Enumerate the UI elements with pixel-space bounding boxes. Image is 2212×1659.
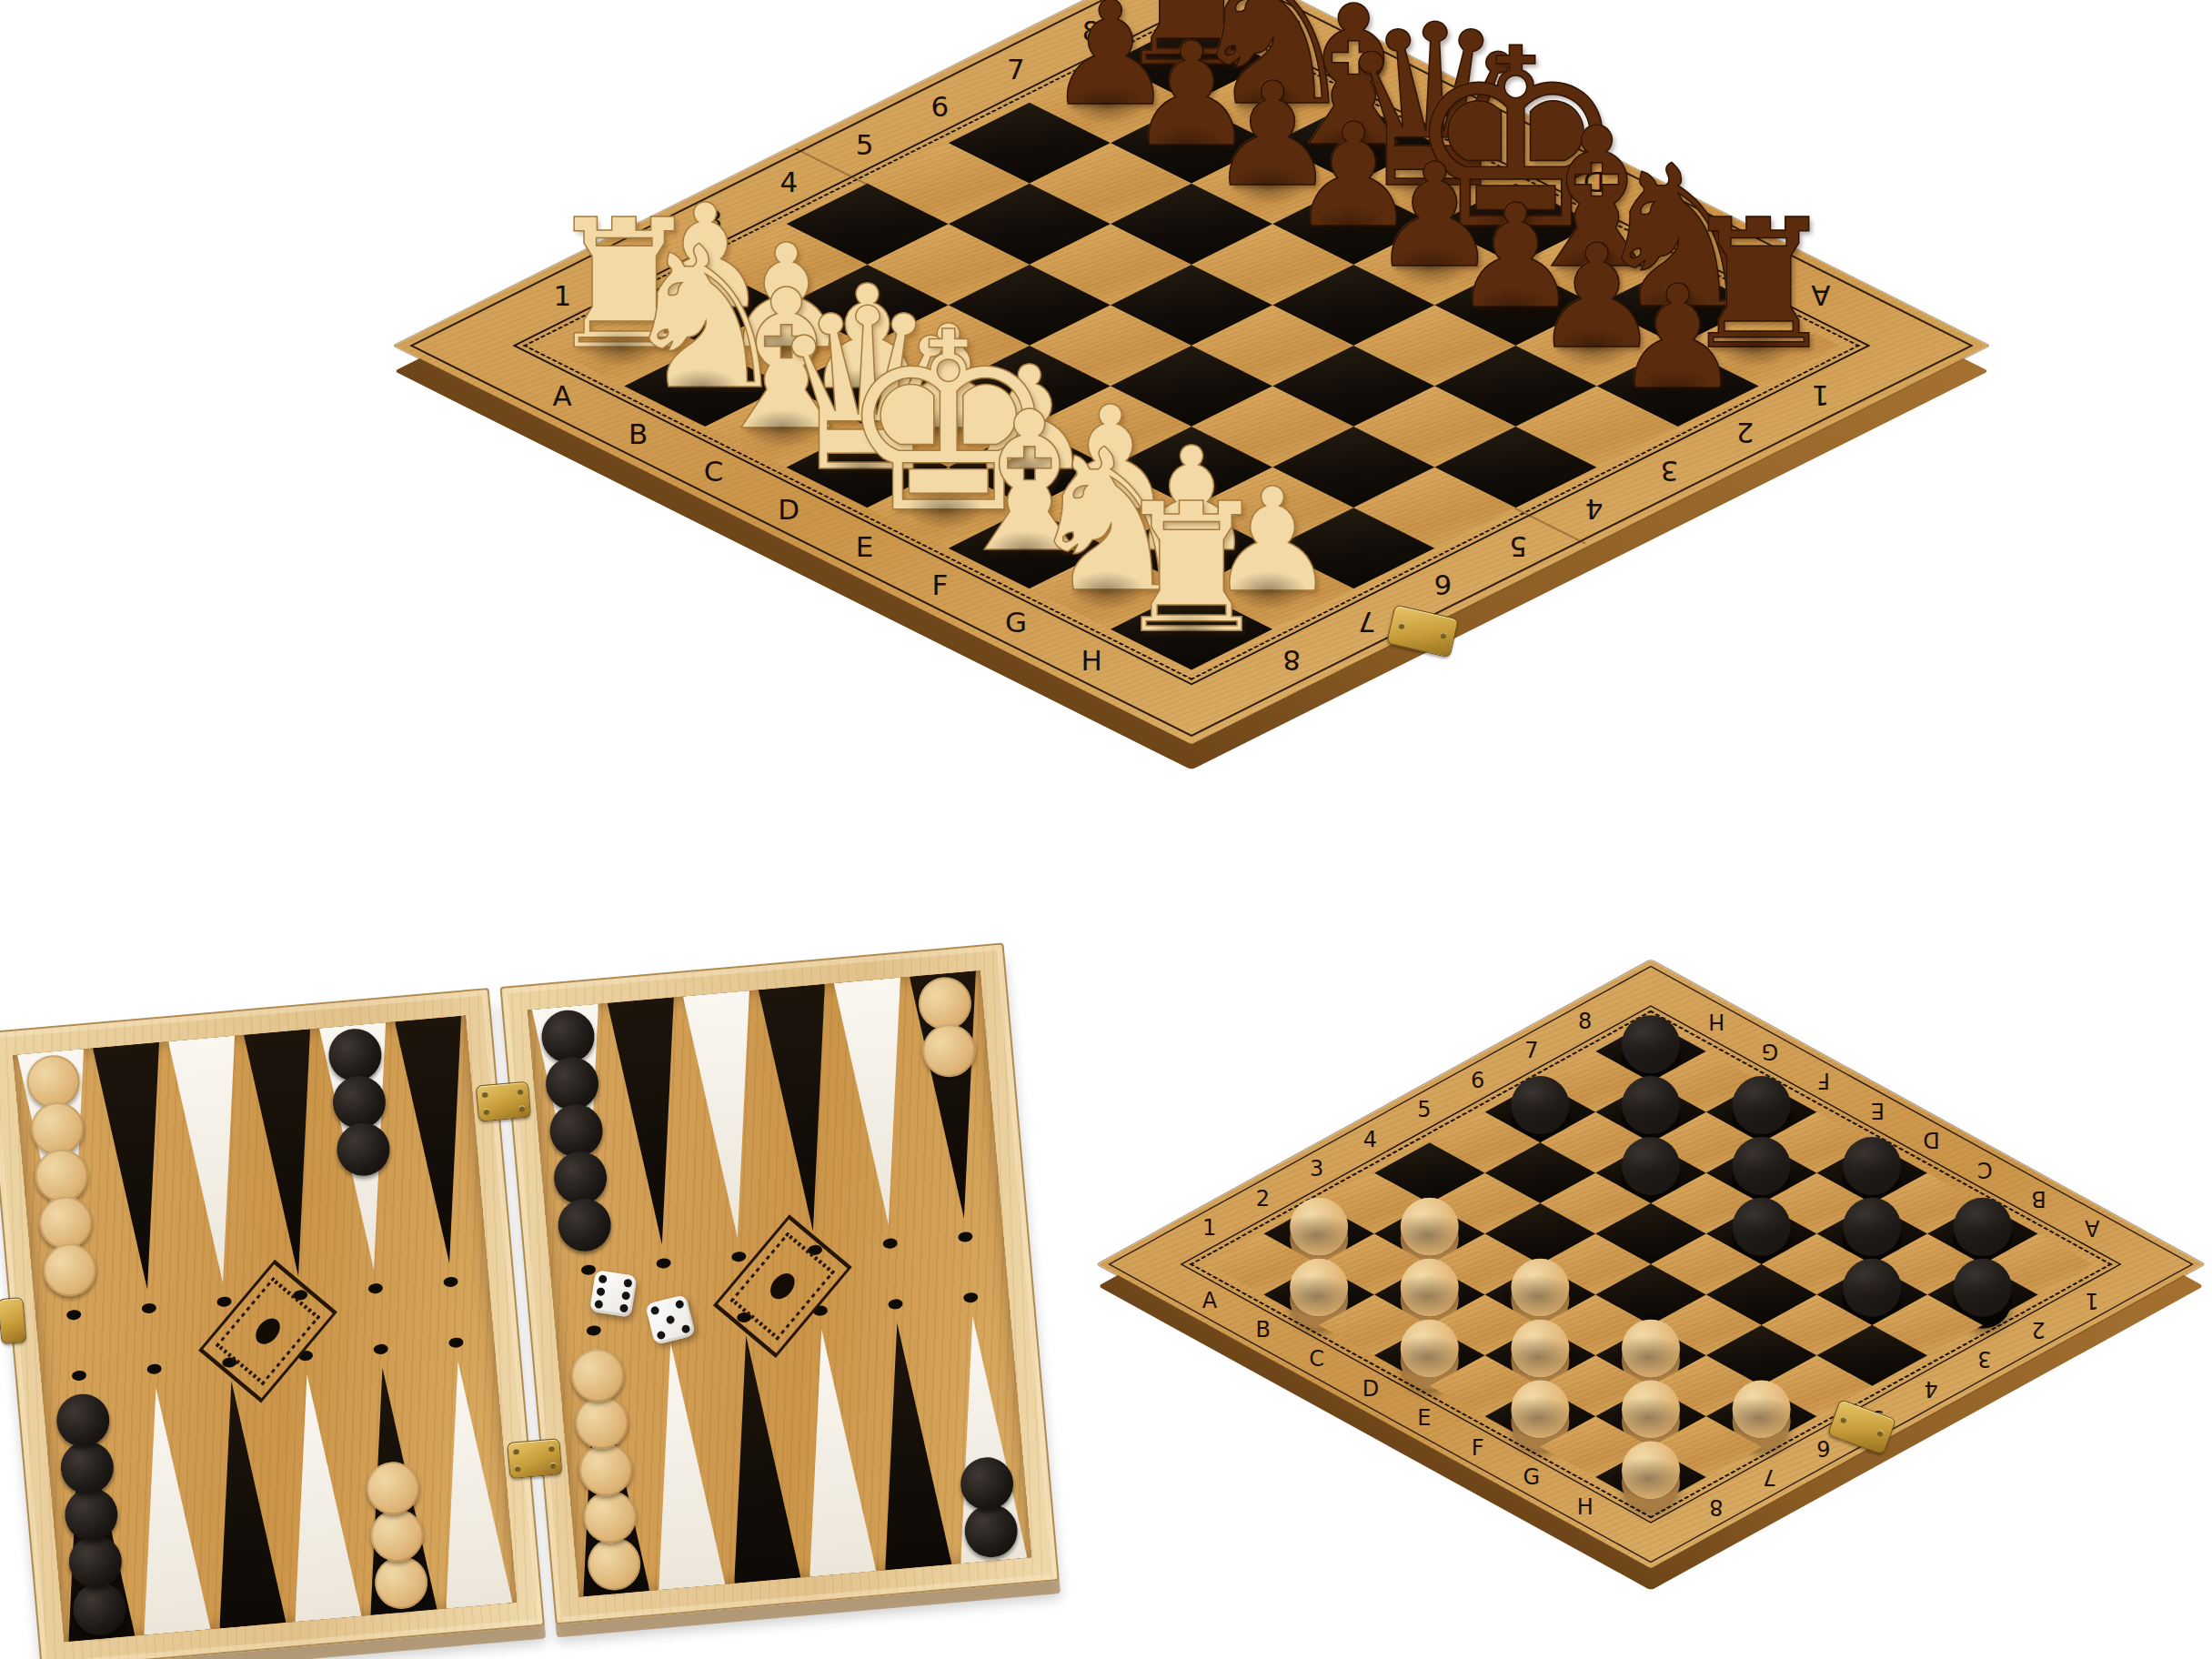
checkers-file-label-glyph: B bbox=[1256, 1317, 1271, 1342]
backgammon-clasp bbox=[0, 1297, 27, 1344]
checkers-file-label-glyph: C bbox=[1977, 1156, 1993, 1181]
checker-disc bbox=[1843, 1259, 1901, 1317]
hinge-screw bbox=[483, 1108, 490, 1115]
checkers-file-label-glyph: A bbox=[2085, 1215, 2099, 1241]
chess-grid: ♜♞♝♛♚♝♞♜♟♟♟♟♟♟♟♟♟♟♟♟♟♟♟♟♜♞♝♛♚♝♞♜ bbox=[543, 22, 1840, 670]
checkers-file-label-glyph: H bbox=[1708, 1009, 1724, 1034]
backgammon-right-field bbox=[528, 970, 1032, 1597]
die-1-pip bbox=[621, 1291, 630, 1300]
checker-disc bbox=[1733, 1076, 1791, 1134]
chess-rank-label-glyph: 6 bbox=[931, 90, 950, 123]
point-1-dot bbox=[963, 1292, 979, 1302]
point-2-dot bbox=[888, 1299, 903, 1310]
checker-disc bbox=[1733, 1137, 1791, 1195]
die-2-pip bbox=[657, 1330, 667, 1340]
checker-disc bbox=[1401, 1198, 1459, 1256]
hinge-screw bbox=[514, 1465, 521, 1473]
point-24-dot bbox=[958, 1232, 973, 1242]
checkers-rank-label-glyph: 4 bbox=[1924, 1376, 1937, 1402]
checker-disc bbox=[1622, 1381, 1680, 1439]
clasp-screw bbox=[1876, 1429, 1885, 1437]
checkers-file-label-glyph: C bbox=[1309, 1347, 1324, 1372]
point-18-dot bbox=[443, 1276, 458, 1287]
hinge-screw bbox=[548, 1445, 556, 1453]
checker-disc bbox=[1954, 1198, 2012, 1256]
backgammon-checker-black-point-12 bbox=[55, 1392, 112, 1449]
hinge-screw bbox=[513, 1448, 520, 1455]
checker-disc bbox=[1622, 1441, 1680, 1499]
point-19-dot bbox=[580, 1264, 596, 1275]
chess-rank-label-glyph: 7 bbox=[1358, 606, 1376, 638]
checker-disc bbox=[1622, 1076, 1680, 1134]
point-18-triangle bbox=[395, 1016, 483, 1266]
die-1-pip bbox=[597, 1287, 606, 1296]
backgammon-checker-light-point-6 bbox=[573, 1394, 630, 1452]
backgammon-points-top-right bbox=[528, 970, 1002, 1255]
chess-file-label-glyph: H bbox=[1081, 644, 1101, 677]
checker-disc bbox=[1954, 1259, 2012, 1317]
piece-glyph: ♟ bbox=[1614, 266, 1743, 409]
backgammon-right-tray bbox=[499, 943, 1059, 1625]
chess-rank-label-glyph: 4 bbox=[1585, 493, 1604, 526]
checker-disc bbox=[1511, 1320, 1569, 1378]
checker-disc bbox=[1733, 1198, 1791, 1256]
backgammon-checker-black-point-19 bbox=[556, 1196, 613, 1253]
chess-rank-label-glyph: 5 bbox=[856, 128, 874, 161]
backgammon-points-top-left bbox=[13, 1015, 488, 1300]
checker-disc bbox=[1401, 1259, 1459, 1317]
die-1-pip bbox=[594, 1300, 603, 1309]
chess-rank-label-glyph: 7 bbox=[1007, 53, 1025, 85]
backgammon-checker-light-point-13 bbox=[41, 1242, 98, 1299]
checker-disc bbox=[1733, 1381, 1791, 1439]
checkers-rank-label-glyph: 7 bbox=[1763, 1464, 1776, 1490]
checkers-rank-label-glyph: 6 bbox=[1471, 1068, 1484, 1093]
checker-disc bbox=[1622, 1015, 1680, 1073]
point-14-dot bbox=[141, 1302, 156, 1313]
checkers-rank-label-glyph: 8 bbox=[1578, 1009, 1592, 1034]
point-15-dot bbox=[216, 1296, 232, 1307]
point-7-dot bbox=[448, 1337, 464, 1348]
backgammon-hinge-top bbox=[476, 1081, 531, 1122]
checker-disc bbox=[1401, 1320, 1459, 1378]
point-21-dot bbox=[731, 1251, 747, 1262]
checkers-rank-label-glyph: 6 bbox=[1816, 1435, 1830, 1461]
backgammon-left-field bbox=[13, 1015, 518, 1642]
checkers-file-label-glyph: E bbox=[1417, 1405, 1431, 1431]
die-2-pip bbox=[675, 1300, 685, 1310]
checker-disc bbox=[1622, 1320, 1680, 1378]
checkers-rank-label-glyph: 1 bbox=[2086, 1288, 2099, 1313]
checkers-rank-label-glyph: 3 bbox=[1978, 1347, 1992, 1372]
chess-square-h1: ♜ bbox=[1111, 588, 1272, 669]
point-23-dot bbox=[882, 1238, 898, 1249]
die-1-pip bbox=[623, 1279, 632, 1288]
point-13-dot bbox=[65, 1310, 81, 1321]
checkers-file-label-glyph: D bbox=[1362, 1376, 1379, 1402]
backgammon-checker-black-point-19 bbox=[551, 1150, 608, 1207]
checkers-rank-label-glyph: 2 bbox=[1256, 1186, 1270, 1212]
backgammon-case bbox=[0, 937, 1063, 1659]
checkers-grid bbox=[1209, 1021, 2094, 1507]
checkers-rank-label-glyph: 8 bbox=[1709, 1494, 1723, 1520]
checkers-rank-label-glyph: 1 bbox=[1202, 1215, 1216, 1241]
die-2-pip bbox=[666, 1315, 676, 1325]
checkers-file-label-glyph: B bbox=[2031, 1186, 2046, 1212]
hinge-screw bbox=[518, 1105, 526, 1112]
point-6-dot bbox=[586, 1325, 601, 1336]
checker-disc bbox=[1511, 1259, 1569, 1317]
backgammon-points-bottom-right bbox=[558, 1312, 1032, 1597]
piece-glyph: ♜ bbox=[1111, 479, 1272, 658]
checkers-file-label-glyph: G bbox=[1762, 1039, 1779, 1064]
checkers-rank-label-glyph: 4 bbox=[1363, 1127, 1377, 1152]
checkers-rank-label-glyph: 5 bbox=[1417, 1098, 1431, 1123]
checker-disc bbox=[1290, 1259, 1348, 1317]
backgammon-checker-light-point-6 bbox=[568, 1347, 626, 1404]
checkers-file-label-glyph: F bbox=[1817, 1068, 1830, 1093]
chess-rank-label-glyph: 8 bbox=[1282, 644, 1301, 677]
die-one bbox=[589, 1270, 638, 1318]
hinge-screw bbox=[481, 1091, 488, 1099]
checker-disc bbox=[1622, 1137, 1680, 1195]
die-2-pip bbox=[650, 1306, 660, 1316]
chess-rank-label-glyph: 6 bbox=[1433, 568, 1452, 601]
checkers-file-label-glyph: D bbox=[1923, 1127, 1939, 1152]
hinge-screw bbox=[549, 1463, 557, 1470]
backgammon-checker-light-point-13 bbox=[37, 1194, 95, 1252]
checker-disc bbox=[1511, 1076, 1569, 1134]
checkers-file-label-glyph: E bbox=[1870, 1098, 1884, 1123]
chess-rank-label-glyph: 3 bbox=[1661, 455, 1679, 488]
die-two bbox=[645, 1294, 696, 1345]
checker-disc bbox=[1843, 1137, 1901, 1195]
point-12-dot bbox=[71, 1370, 86, 1381]
checkers-file-label-glyph: F bbox=[1472, 1435, 1484, 1461]
clasp-screw bbox=[1440, 632, 1447, 639]
point-7-triangle bbox=[425, 1358, 513, 1608]
backgammon-points-bottom-left bbox=[43, 1358, 518, 1643]
checker-disc bbox=[1511, 1381, 1569, 1439]
clasp-screw bbox=[1398, 622, 1405, 629]
checkers-board: HGFEDCBA ABCDEFGH 87654321 12345678 bbox=[1098, 960, 2204, 1569]
backgammon-hinge-bottom bbox=[507, 1438, 562, 1479]
checkers-rank-label-glyph: 7 bbox=[1524, 1039, 1538, 1064]
point-11-dot bbox=[146, 1363, 162, 1374]
point-8-dot bbox=[373, 1343, 388, 1354]
die-1-pip bbox=[619, 1303, 628, 1312]
checkers-file-label-glyph: H bbox=[1577, 1494, 1594, 1520]
chess-rank-label-glyph: 5 bbox=[1510, 530, 1528, 563]
point-20-dot bbox=[656, 1258, 671, 1269]
checkers-rank-label-glyph: 3 bbox=[1310, 1156, 1323, 1181]
backgammon-left-tray bbox=[0, 988, 545, 1659]
chess-board: HGFEDCBA ABCDEFGH 87654321 12345678 ♜♞♝♛… bbox=[394, 0, 1989, 744]
chess-rank-label-glyph: 4 bbox=[780, 166, 799, 198]
die-1-pip bbox=[598, 1274, 608, 1283]
backgammon-checker-black-point-12 bbox=[58, 1439, 116, 1496]
checkers-file-label-glyph: A bbox=[1202, 1288, 1217, 1313]
checkers-rank-label-glyph: 2 bbox=[2032, 1317, 2046, 1342]
clasp-screw bbox=[1839, 1416, 1847, 1424]
hinge-screw bbox=[517, 1088, 524, 1095]
die-2-pip bbox=[680, 1324, 690, 1334]
checker-disc bbox=[1290, 1198, 1348, 1256]
product-photo-stage: HGFEDCBA ABCDEFGH 87654321 12345678 ♜♞♝♛… bbox=[0, 0, 2212, 1659]
checker-disc bbox=[1843, 1198, 1901, 1256]
point-17-dot bbox=[367, 1282, 383, 1293]
checkers-file-label-glyph: G bbox=[1523, 1464, 1541, 1490]
chess-rank-label-glyph: 2 bbox=[1736, 417, 1755, 450]
